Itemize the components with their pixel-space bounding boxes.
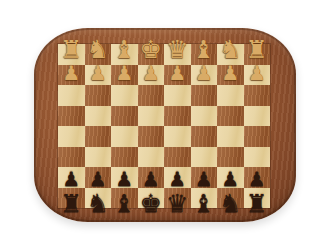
square[interactable] — [85, 85, 112, 106]
square[interactable]: ♟ — [217, 167, 244, 188]
square[interactable]: ♟ — [58, 65, 85, 86]
square[interactable]: ♟ — [111, 167, 138, 188]
square[interactable] — [85, 126, 112, 147]
piece-white-pawn[interactable]: ♟ — [248, 63, 266, 83]
square[interactable] — [164, 85, 191, 106]
piece-white-pawn[interactable]: ♟ — [195, 63, 213, 83]
photo-background: ♜♞♝♚♛♝♞♜♟♟♟♟♟♟♟♟♟♟♟♟♟♟♟♟♜♞♝♚♛♝♞♜ — [0, 0, 331, 240]
piece-white-knight[interactable]: ♞ — [87, 37, 109, 62]
piece-white-bishop[interactable]: ♝ — [113, 37, 135, 62]
piece-black-pawn[interactable]: ♟ — [221, 169, 239, 189]
piece-white-pawn[interactable]: ♟ — [221, 63, 239, 83]
square[interactable]: ♟ — [138, 65, 165, 86]
piece-white-queen[interactable]: ♛ — [166, 37, 188, 62]
square[interactable] — [111, 147, 138, 168]
square[interactable] — [164, 106, 191, 127]
square[interactable]: ♟ — [244, 65, 271, 86]
square[interactable] — [217, 126, 244, 147]
square[interactable] — [111, 126, 138, 147]
square[interactable] — [244, 85, 271, 106]
square[interactable]: ♟ — [191, 65, 218, 86]
square[interactable] — [191, 106, 218, 127]
square[interactable]: ♞ — [85, 188, 112, 209]
square[interactable]: ♟ — [217, 65, 244, 86]
piece-black-pawn[interactable]: ♟ — [89, 169, 107, 189]
square[interactable]: ♝ — [191, 188, 218, 209]
piece-black-pawn[interactable]: ♟ — [248, 169, 266, 189]
chess-board: ♜♞♝♚♛♝♞♜♟♟♟♟♟♟♟♟♟♟♟♟♟♟♟♟♜♞♝♚♛♝♞♜ — [34, 28, 296, 222]
piece-black-bishop[interactable]: ♝ — [193, 191, 215, 216]
square[interactable]: ♟ — [138, 167, 165, 188]
square[interactable]: ♜ — [58, 188, 85, 209]
square[interactable]: ♞ — [217, 44, 244, 65]
square[interactable] — [217, 147, 244, 168]
square[interactable] — [138, 85, 165, 106]
square[interactable] — [217, 85, 244, 106]
piece-white-rook[interactable]: ♜ — [60, 37, 82, 62]
piece-black-pawn[interactable]: ♟ — [62, 169, 80, 189]
piece-white-rook[interactable]: ♜ — [246, 37, 268, 62]
square[interactable]: ♟ — [191, 167, 218, 188]
square[interactable] — [138, 106, 165, 127]
piece-black-bishop[interactable]: ♝ — [113, 191, 135, 216]
square[interactable] — [58, 85, 85, 106]
square[interactable] — [191, 126, 218, 147]
square[interactable] — [58, 106, 85, 127]
square[interactable]: ♜ — [58, 44, 85, 65]
square[interactable]: ♜ — [244, 44, 271, 65]
piece-black-knight[interactable]: ♞ — [219, 191, 241, 216]
piece-black-knight[interactable]: ♞ — [87, 191, 109, 216]
piece-black-queen[interactable]: ♛ — [166, 191, 188, 216]
square[interactable] — [138, 147, 165, 168]
piece-black-rook[interactable]: ♜ — [246, 191, 268, 216]
square[interactable]: ♟ — [164, 65, 191, 86]
square[interactable]: ♜ — [244, 188, 271, 209]
square[interactable]: ♟ — [58, 167, 85, 188]
piece-black-pawn[interactable]: ♟ — [168, 169, 186, 189]
piece-white-pawn[interactable]: ♟ — [62, 63, 80, 83]
square[interactable]: ♟ — [85, 167, 112, 188]
square[interactable]: ♟ — [244, 167, 271, 188]
piece-white-pawn[interactable]: ♟ — [89, 63, 107, 83]
square[interactable] — [85, 106, 112, 127]
square[interactable]: ♚ — [138, 44, 165, 65]
square[interactable]: ♝ — [111, 188, 138, 209]
square[interactable]: ♛ — [164, 44, 191, 65]
piece-black-rook[interactable]: ♜ — [60, 191, 82, 216]
square[interactable]: ♚ — [138, 188, 165, 209]
square[interactable] — [244, 126, 271, 147]
piece-white-knight[interactable]: ♞ — [219, 37, 241, 62]
piece-white-bishop[interactable]: ♝ — [193, 37, 215, 62]
piece-black-pawn[interactable]: ♟ — [115, 169, 133, 189]
square[interactable]: ♞ — [217, 188, 244, 209]
piece-white-pawn[interactable]: ♟ — [115, 63, 133, 83]
square[interactable]: ♞ — [85, 44, 112, 65]
square[interactable] — [111, 85, 138, 106]
square[interactable] — [138, 126, 165, 147]
square[interactable] — [191, 147, 218, 168]
square[interactable]: ♟ — [85, 65, 112, 86]
piece-white-king[interactable]: ♚ — [140, 37, 162, 62]
piece-white-pawn[interactable]: ♟ — [142, 63, 160, 83]
piece-black-pawn[interactable]: ♟ — [195, 169, 213, 189]
square[interactable] — [58, 126, 85, 147]
piece-white-pawn[interactable]: ♟ — [168, 63, 186, 83]
square[interactable] — [111, 106, 138, 127]
square[interactable] — [85, 147, 112, 168]
square[interactable] — [164, 147, 191, 168]
square[interactable]: ♟ — [164, 167, 191, 188]
square[interactable] — [191, 85, 218, 106]
square[interactable]: ♝ — [111, 44, 138, 65]
square[interactable] — [244, 147, 271, 168]
piece-black-king[interactable]: ♚ — [140, 191, 162, 216]
square[interactable] — [164, 126, 191, 147]
piece-black-pawn[interactable]: ♟ — [142, 169, 160, 189]
square[interactable]: ♟ — [111, 65, 138, 86]
board-grid: ♜♞♝♚♛♝♞♜♟♟♟♟♟♟♟♟♟♟♟♟♟♟♟♟♜♞♝♚♛♝♞♜ — [58, 44, 270, 208]
square[interactable]: ♛ — [164, 188, 191, 209]
square[interactable] — [58, 147, 85, 168]
square[interactable]: ♝ — [191, 44, 218, 65]
square[interactable] — [244, 106, 271, 127]
square[interactable] — [217, 106, 244, 127]
